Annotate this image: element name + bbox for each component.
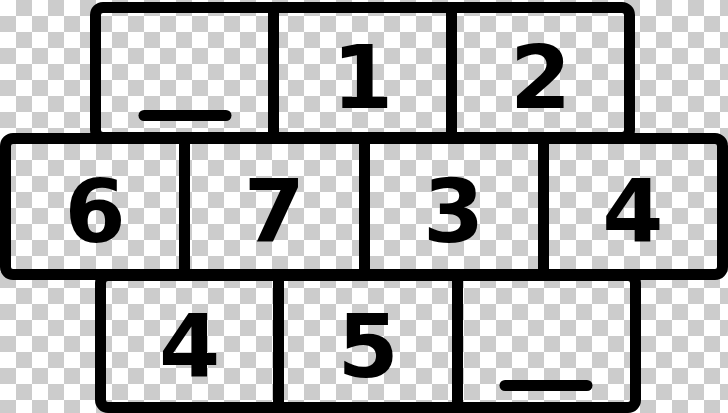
brick-row-middle: 6 7 3 4 bbox=[0, 133, 728, 280]
cell-label: 4 bbox=[159, 303, 220, 391]
cell-bot-3-blank bbox=[452, 281, 630, 402]
cell-mid-3: 3 bbox=[359, 144, 538, 269]
blank-underscore bbox=[500, 380, 593, 391]
cell-label: 7 bbox=[244, 168, 305, 256]
cell-label: 3 bbox=[423, 168, 484, 256]
cell-label: 5 bbox=[337, 303, 398, 391]
cell-bot-2: 5 bbox=[273, 281, 451, 402]
brick-row-top: 1 2 bbox=[90, 2, 635, 143]
cell-top-3: 2 bbox=[446, 13, 624, 132]
transparency-checkerboard-background: 1 2 6 7 3 4 4 5 bbox=[0, 0, 728, 413]
cell-top-1-blank bbox=[101, 13, 268, 132]
cell-label: 6 bbox=[65, 168, 126, 256]
cell-bot-1: 4 bbox=[106, 281, 273, 402]
cell-mid-2: 7 bbox=[179, 144, 358, 269]
cell-mid-1: 6 bbox=[11, 144, 179, 269]
cell-label: 4 bbox=[602, 168, 663, 256]
cell-mid-4: 4 bbox=[538, 144, 717, 269]
brick-row-bottom: 4 5 bbox=[95, 270, 641, 413]
cell-label: 1 bbox=[332, 34, 393, 122]
cell-top-2: 1 bbox=[268, 13, 446, 132]
cell-label: 2 bbox=[510, 34, 571, 122]
blank-underscore bbox=[138, 110, 231, 121]
